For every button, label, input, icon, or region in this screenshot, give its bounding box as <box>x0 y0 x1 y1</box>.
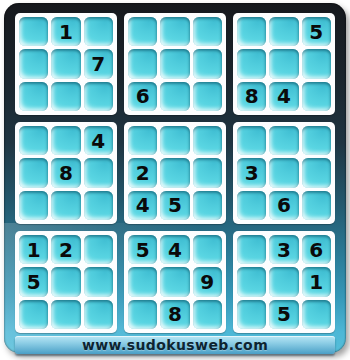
cell-r6c7[interactable] <box>237 191 266 220</box>
cell-r1c9[interactable]: 5 <box>302 17 331 46</box>
cell-r5c5[interactable] <box>160 158 189 187</box>
cell-r5c8[interactable] <box>269 158 298 187</box>
cell-r9c5[interactable]: 8 <box>160 300 189 329</box>
cell-r4c8[interactable] <box>269 126 298 155</box>
cell-r3c3[interactable] <box>84 82 113 111</box>
cell-r1c7[interactable] <box>237 17 266 46</box>
cell-r8c6[interactable]: 9 <box>193 267 222 296</box>
cell-r6c8[interactable]: 6 <box>269 191 298 220</box>
cell-r7c4[interactable]: 5 <box>128 235 157 264</box>
cell-r7c1[interactable]: 1 <box>19 235 48 264</box>
cell-r2c1[interactable] <box>19 49 48 78</box>
cell-r1c1[interactable] <box>19 17 48 46</box>
block-8: 5498 <box>124 231 226 333</box>
block-5: 245 <box>124 122 226 224</box>
cell-r8c1[interactable]: 5 <box>19 267 48 296</box>
cell-r1c6[interactable] <box>193 17 222 46</box>
cell-r9c8[interactable]: 5 <box>269 300 298 329</box>
cell-r6c1[interactable] <box>19 191 48 220</box>
cell-r8c8[interactable] <box>269 267 298 296</box>
sudoku-page: 176584482453612554983615 www.sudokusweb.… <box>0 0 350 360</box>
cell-r8c5[interactable] <box>160 267 189 296</box>
cell-r1c4[interactable] <box>128 17 157 46</box>
cell-r5c2[interactable]: 8 <box>51 158 80 187</box>
cell-r2c5[interactable] <box>160 49 189 78</box>
cell-r6c6[interactable] <box>193 191 222 220</box>
cell-r4c1[interactable] <box>19 126 48 155</box>
cell-r3c2[interactable] <box>51 82 80 111</box>
cell-r6c5[interactable]: 5 <box>160 191 189 220</box>
cell-r3c4[interactable]: 6 <box>128 82 157 111</box>
cell-r4c3[interactable]: 4 <box>84 126 113 155</box>
block-2: 6 <box>124 13 226 115</box>
cell-r3c9[interactable] <box>302 82 331 111</box>
cell-r7c9[interactable]: 6 <box>302 235 331 264</box>
cell-r7c6[interactable] <box>193 235 222 264</box>
sudoku-board: 176584482453612554983615 <box>15 13 335 333</box>
cell-r2c4[interactable] <box>128 49 157 78</box>
cell-r8c4[interactable] <box>128 267 157 296</box>
cell-r5c1[interactable] <box>19 158 48 187</box>
cell-r1c5[interactable] <box>160 17 189 46</box>
cell-r4c7[interactable] <box>237 126 266 155</box>
footer-band: www.sudokusweb.com <box>15 336 335 354</box>
cell-r9c1[interactable] <box>19 300 48 329</box>
block-4: 48 <box>15 122 117 224</box>
cell-r3c5[interactable] <box>160 82 189 111</box>
cell-r9c3[interactable] <box>84 300 113 329</box>
cell-r9c2[interactable] <box>51 300 80 329</box>
cell-r1c8[interactable] <box>269 17 298 46</box>
cell-r7c2[interactable]: 2 <box>51 235 80 264</box>
block-3: 584 <box>233 13 335 115</box>
cell-r7c5[interactable]: 4 <box>160 235 189 264</box>
cell-r2c7[interactable] <box>237 49 266 78</box>
cell-r6c4[interactable]: 4 <box>128 191 157 220</box>
cell-r7c7[interactable] <box>237 235 266 264</box>
cell-r1c3[interactable] <box>84 17 113 46</box>
cell-r8c9[interactable]: 1 <box>302 267 331 296</box>
cell-r4c4[interactable] <box>128 126 157 155</box>
site-url[interactable]: www.sudokusweb.com <box>82 337 268 353</box>
cell-r3c7[interactable]: 8 <box>237 82 266 111</box>
block-9: 3615 <box>233 231 335 333</box>
cell-r2c9[interactable] <box>302 49 331 78</box>
cell-r4c2[interactable] <box>51 126 80 155</box>
cell-r9c9[interactable] <box>302 300 331 329</box>
cell-r9c6[interactable] <box>193 300 222 329</box>
cell-r6c3[interactable] <box>84 191 113 220</box>
cell-r3c8[interactable]: 4 <box>269 82 298 111</box>
cell-r2c3[interactable]: 7 <box>84 49 113 78</box>
cell-r4c9[interactable] <box>302 126 331 155</box>
cell-r9c4[interactable] <box>128 300 157 329</box>
cell-r2c6[interactable] <box>193 49 222 78</box>
cell-r3c6[interactable] <box>193 82 222 111</box>
block-1: 17 <box>15 13 117 115</box>
cell-r6c2[interactable] <box>51 191 80 220</box>
cell-r8c3[interactable] <box>84 267 113 296</box>
cell-r8c7[interactable] <box>237 267 266 296</box>
block-6: 36 <box>233 122 335 224</box>
block-7: 125 <box>15 231 117 333</box>
cell-r4c6[interactable] <box>193 126 222 155</box>
cell-r8c2[interactable] <box>51 267 80 296</box>
cell-r6c9[interactable] <box>302 191 331 220</box>
cell-r3c1[interactable] <box>19 82 48 111</box>
cell-r5c7[interactable]: 3 <box>237 158 266 187</box>
cell-r5c4[interactable]: 2 <box>128 158 157 187</box>
cell-r4c5[interactable] <box>160 126 189 155</box>
cell-r7c3[interactable] <box>84 235 113 264</box>
cell-r2c8[interactable] <box>269 49 298 78</box>
cell-r5c6[interactable] <box>193 158 222 187</box>
cell-r9c7[interactable] <box>237 300 266 329</box>
board-plaque: 176584482453612554983615 www.sudokusweb.… <box>4 3 346 353</box>
cell-r5c9[interactable] <box>302 158 331 187</box>
cell-r5c3[interactable] <box>84 158 113 187</box>
cell-r7c8[interactable]: 3 <box>269 235 298 264</box>
cell-r2c2[interactable] <box>51 49 80 78</box>
cell-r1c2[interactable]: 1 <box>51 17 80 46</box>
